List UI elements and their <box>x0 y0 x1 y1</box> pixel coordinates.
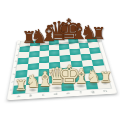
file-label: c <box>37 92 50 97</box>
file-label: a <box>12 94 25 99</box>
chess-set-photo: abcdefgh 87654321 ♜♞♝♛♚♝♞♜♜♞♝♛♚♝♞♜ <box>0 0 120 120</box>
board-square <box>61 82 74 91</box>
board-square <box>97 80 111 89</box>
file-label: g <box>86 89 99 94</box>
file-label: b <box>24 93 37 98</box>
board-border: abcdefgh 87654321 <box>7 35 117 100</box>
board-square <box>25 84 38 93</box>
file-label: f <box>74 90 87 95</box>
file-label: h <box>99 89 113 94</box>
file-label: e <box>62 91 75 96</box>
chess-board: abcdefgh 87654321 <box>7 35 117 100</box>
board-square <box>49 83 61 92</box>
file-label: d <box>49 92 62 97</box>
board-square <box>37 84 49 93</box>
chessboard-grid <box>13 37 111 94</box>
board-square <box>13 85 26 94</box>
